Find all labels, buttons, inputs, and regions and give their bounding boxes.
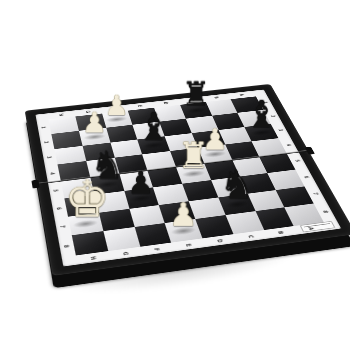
rank-label-right-2: 2 — [270, 115, 276, 118]
black-pawn-f6: ♟ — [121, 167, 162, 198]
white-rook-d5: ♜ — [174, 138, 213, 174]
chess-board: HHGGFFEEDDCCBBAA1122334455667788 ♟♚♞♟♜♞♟… — [25, 84, 350, 276]
black-knight-c7: ♞ — [216, 165, 257, 205]
rank-label-left-2: 2 — [43, 141, 49, 144]
white-pawn-e8: ♟ — [163, 199, 205, 231]
product-photo: HHGGFFEEDDCCBBAA1122334455667788 ♟♚♞♟♜♞♟… — [0, 0, 350, 350]
white-king-h7: ♚ — [64, 173, 106, 224]
file-label-top-b: B — [214, 96, 220, 99]
file-label-top-a: A — [239, 93, 245, 96]
